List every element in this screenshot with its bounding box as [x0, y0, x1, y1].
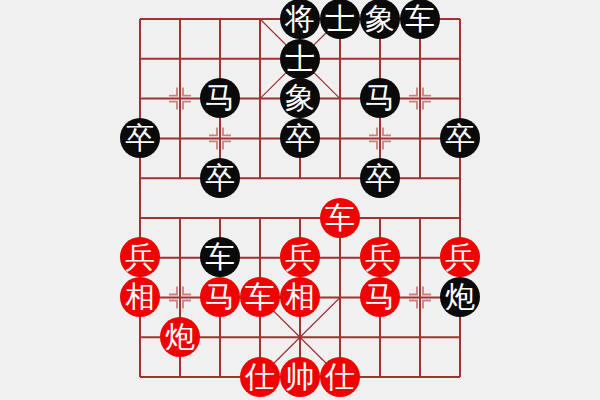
board-point[interactable]: 马 [200, 79, 240, 119]
board-point[interactable]: 炮 [160, 317, 200, 357]
board-point[interactable] [160, 0, 200, 39]
board-point[interactable] [240, 317, 280, 357]
board-point[interactable] [440, 198, 480, 238]
board-point[interactable] [200, 118, 240, 158]
board-point[interactable] [240, 0, 280, 39]
board-point[interactable]: 车 [240, 277, 280, 317]
piece-red-chariot[interactable]: 车 [240, 277, 280, 317]
board-point[interactable] [320, 118, 360, 158]
board-point[interactable] [240, 118, 280, 158]
board-point[interactable]: 仕 [240, 357, 280, 397]
board-point[interactable]: 兵 [440, 238, 480, 278]
piece-black-soldier[interactable]: 卒 [280, 118, 320, 158]
board-point[interactable]: 象 [280, 79, 320, 119]
piece-black-chariot[interactable]: 车 [200, 237, 240, 277]
board-point[interactable] [160, 39, 200, 79]
board-point[interactable]: 马 [360, 79, 400, 119]
piece-black-horse[interactable]: 马 [200, 78, 240, 118]
board-point[interactable] [160, 118, 200, 158]
piece-black-elephant[interactable]: 象 [280, 78, 320, 118]
board-point[interactable] [280, 158, 320, 198]
board-point[interactable]: 马 [360, 277, 400, 317]
piece-red-cannon[interactable]: 炮 [160, 317, 200, 357]
piece-black-soldier[interactable]: 卒 [120, 118, 160, 158]
piece-red-horse[interactable]: 马 [200, 277, 240, 317]
board-point[interactable]: 卒 [360, 158, 400, 198]
board-point[interactable]: 卒 [440, 118, 480, 158]
board-point[interactable] [360, 198, 400, 238]
board-point[interactable]: 仕 [320, 357, 360, 397]
piece-black-advisor[interactable]: 士 [320, 0, 360, 39]
piece-red-advisor[interactable]: 仕 [240, 357, 280, 397]
board-point[interactable] [360, 118, 400, 158]
board-point[interactable] [120, 198, 160, 238]
piece-black-soldier[interactable]: 卒 [200, 158, 240, 198]
piece-red-soldier[interactable]: 兵 [280, 237, 320, 277]
xiangqi-board: 将士象车士马象马卒卒卒卒卒车兵车兵兵兵相马车相马炮炮仕帅仕 [0, 0, 600, 400]
board-point[interactable] [120, 79, 160, 119]
board-point[interactable]: 士 [280, 39, 320, 79]
board-point[interactable] [400, 357, 440, 397]
board-point[interactable]: 马 [200, 277, 240, 317]
piece-red-advisor[interactable]: 仕 [320, 357, 360, 397]
board-point[interactable] [360, 317, 400, 357]
board-point[interactable] [440, 317, 480, 357]
board-point[interactable]: 车 [400, 0, 440, 39]
piece-red-elephant[interactable]: 相 [120, 277, 160, 317]
board-point[interactable] [440, 0, 480, 39]
piece-red-general[interactable]: 帅 [280, 357, 320, 397]
piece-black-general[interactable]: 将 [280, 0, 320, 39]
board-point[interactable] [400, 317, 440, 357]
board-point[interactable] [360, 357, 400, 397]
board-point[interactable]: 兵 [360, 238, 400, 278]
board-point[interactable] [440, 158, 480, 198]
board-point[interactable] [160, 158, 200, 198]
board-point[interactable]: 象 [360, 0, 400, 39]
board-point[interactable] [200, 39, 240, 79]
board-point[interactable] [240, 198, 280, 238]
board-point[interactable] [400, 158, 440, 198]
piece-red-soldier[interactable]: 兵 [360, 237, 400, 277]
board-point[interactable]: 车 [200, 238, 240, 278]
piece-black-advisor[interactable]: 士 [280, 39, 320, 79]
board-point[interactable] [400, 39, 440, 79]
piece-red-elephant[interactable]: 相 [280, 277, 320, 317]
board-point[interactable] [400, 277, 440, 317]
board-point[interactable]: 卒 [200, 158, 240, 198]
board-point[interactable] [160, 79, 200, 119]
board-point[interactable] [400, 198, 440, 238]
board-point[interactable]: 兵 [280, 238, 320, 278]
board-point[interactable] [120, 158, 160, 198]
board-points: 将士象车士马象马卒卒卒卒卒车兵车兵兵兵相马车相马炮炮仕帅仕 [120, 0, 480, 397]
board-point[interactable] [120, 317, 160, 357]
board-point[interactable] [200, 317, 240, 357]
board-point[interactable] [240, 238, 280, 278]
board-point[interactable] [280, 317, 320, 357]
board-point[interactable] [280, 198, 320, 238]
board-point[interactable]: 相 [280, 277, 320, 317]
board-point[interactable] [120, 39, 160, 79]
board-point[interactable] [240, 39, 280, 79]
board-point[interactable]: 兵 [120, 238, 160, 278]
board-point[interactable] [160, 357, 200, 397]
board-point[interactable] [440, 357, 480, 397]
board-point[interactable] [400, 118, 440, 158]
board-point[interactable] [400, 79, 440, 119]
piece-black-cannon[interactable]: 炮 [440, 277, 480, 317]
piece-red-chariot[interactable]: 车 [320, 198, 360, 238]
board-point[interactable]: 炮 [440, 277, 480, 317]
board-point[interactable]: 将 [280, 0, 320, 39]
board-point[interactable]: 卒 [280, 118, 320, 158]
board-point[interactable] [400, 238, 440, 278]
board-point[interactable] [200, 198, 240, 238]
piece-black-soldier[interactable]: 卒 [360, 158, 400, 198]
board-point[interactable] [160, 198, 200, 238]
board-point[interactable] [160, 277, 200, 317]
board-point[interactable] [120, 357, 160, 397]
board-point[interactable] [320, 317, 360, 357]
board-point[interactable] [320, 39, 360, 79]
board-point[interactable] [120, 0, 160, 39]
board-point[interactable] [240, 158, 280, 198]
board-point[interactable]: 车 [320, 198, 360, 238]
board-point[interactable] [240, 79, 280, 119]
piece-black-chariot[interactable]: 车 [400, 0, 440, 39]
piece-black-horse[interactable]: 马 [360, 78, 400, 118]
piece-red-soldier[interactable]: 兵 [120, 237, 160, 277]
board-point[interactable] [200, 0, 240, 39]
board-point[interactable]: 卒 [120, 118, 160, 158]
board-point[interactable] [320, 277, 360, 317]
board-point[interactable] [440, 79, 480, 119]
board-point[interactable] [320, 79, 360, 119]
board-point[interactable] [360, 39, 400, 79]
piece-black-soldier[interactable]: 卒 [440, 118, 480, 158]
board-point[interactable] [320, 238, 360, 278]
piece-red-horse[interactable]: 马 [360, 277, 400, 317]
board-point[interactable]: 相 [120, 277, 160, 317]
board-point[interactable] [320, 158, 360, 198]
board-point[interactable] [160, 238, 200, 278]
piece-black-elephant[interactable]: 象 [360, 0, 400, 39]
piece-red-soldier[interactable]: 兵 [440, 237, 480, 277]
board-point[interactable] [200, 357, 240, 397]
board-point[interactable] [440, 39, 480, 79]
board-point[interactable]: 帅 [280, 357, 320, 397]
board-point[interactable]: 士 [320, 0, 360, 39]
